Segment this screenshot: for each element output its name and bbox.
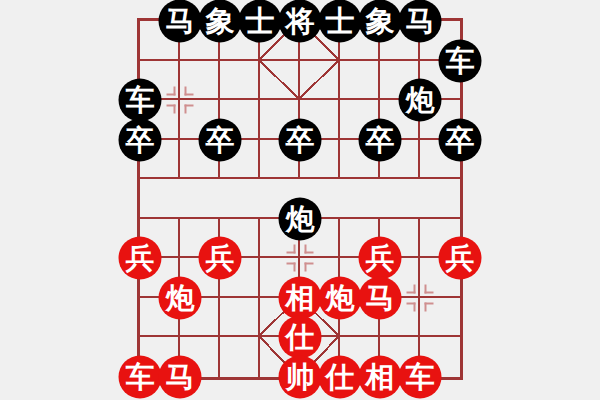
piece-red-soldier[interactable]: 兵 bbox=[439, 237, 482, 280]
board-cell bbox=[420, 179, 460, 219]
point-mark-corner bbox=[425, 302, 434, 311]
point-mark-corner bbox=[185, 105, 194, 114]
piece-black-general[interactable]: 将 bbox=[279, 0, 322, 43]
point-mark-corner bbox=[305, 263, 314, 272]
piece-black-soldier[interactable]: 卒 bbox=[119, 118, 162, 161]
piece-red-elephant[interactable]: 相 bbox=[359, 355, 402, 398]
piece-black-horse[interactable]: 马 bbox=[159, 0, 202, 43]
piece-red-soldier[interactable]: 兵 bbox=[199, 237, 242, 280]
point-mark-icon bbox=[287, 245, 314, 272]
piece-red-chariot[interactable]: 车 bbox=[399, 355, 442, 398]
piece-red-soldier[interactable]: 兵 bbox=[359, 237, 402, 280]
board-cell bbox=[340, 179, 380, 219]
point-mark-corner bbox=[287, 263, 296, 272]
board-cell bbox=[300, 61, 340, 101]
piece-red-advisor[interactable]: 仕 bbox=[279, 316, 322, 359]
piece-black-soldier[interactable]: 卒 bbox=[199, 118, 242, 161]
board-cell bbox=[220, 61, 260, 101]
point-mark-corner bbox=[407, 284, 416, 293]
point-mark-corner bbox=[185, 87, 194, 96]
board-cell bbox=[340, 61, 380, 101]
point-mark-corner bbox=[425, 284, 434, 293]
piece-black-cannon[interactable]: 炮 bbox=[279, 197, 322, 240]
point-mark-corner bbox=[167, 87, 176, 96]
piece-red-horse[interactable]: 马 bbox=[359, 276, 402, 319]
piece-black-cannon[interactable]: 炮 bbox=[399, 79, 442, 122]
piece-black-chariot[interactable]: 车 bbox=[439, 39, 482, 82]
piece-red-horse[interactable]: 马 bbox=[159, 355, 202, 398]
point-mark-corner bbox=[167, 105, 176, 114]
piece-red-elephant[interactable]: 相 bbox=[279, 276, 322, 319]
point-mark-corner bbox=[287, 245, 296, 254]
piece-red-chariot[interactable]: 车 bbox=[119, 355, 162, 398]
piece-black-elephant[interactable]: 象 bbox=[199, 0, 242, 43]
board-cell bbox=[220, 179, 260, 219]
point-mark-corner bbox=[407, 302, 416, 311]
point-mark-corner bbox=[305, 245, 314, 254]
board-cell bbox=[220, 337, 260, 377]
board-cell bbox=[260, 61, 300, 101]
point-mark-icon bbox=[167, 87, 194, 114]
board-cell bbox=[140, 179, 180, 219]
xiangqi-app: 马象士将士象马车车炮卒卒卒卒卒炮兵兵兵兵炮相炮马仕车马帅仕相车 bbox=[0, 0, 600, 400]
piece-black-soldier[interactable]: 卒 bbox=[279, 118, 322, 161]
board-cell bbox=[380, 179, 420, 219]
piece-black-horse[interactable]: 马 bbox=[399, 0, 442, 43]
piece-black-advisor[interactable]: 士 bbox=[239, 0, 282, 43]
piece-red-advisor[interactable]: 仕 bbox=[319, 355, 362, 398]
board-cell bbox=[180, 179, 220, 219]
piece-black-advisor[interactable]: 士 bbox=[319, 0, 362, 43]
point-mark-icon bbox=[407, 284, 434, 311]
piece-red-cannon[interactable]: 炮 bbox=[159, 276, 202, 319]
piece-red-soldier[interactable]: 兵 bbox=[119, 237, 162, 280]
piece-black-chariot[interactable]: 车 bbox=[119, 79, 162, 122]
piece-red-cannon[interactable]: 炮 bbox=[319, 276, 362, 319]
piece-black-elephant[interactable]: 象 bbox=[359, 0, 402, 43]
piece-black-soldier[interactable]: 卒 bbox=[359, 118, 402, 161]
piece-black-soldier[interactable]: 卒 bbox=[439, 118, 482, 161]
board-cell bbox=[220, 298, 260, 338]
piece-red-general[interactable]: 帅 bbox=[279, 355, 322, 398]
